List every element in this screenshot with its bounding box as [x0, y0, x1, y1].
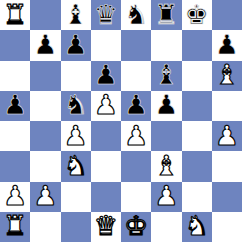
- square-b7[interactable]: ♟: [30, 30, 60, 60]
- white-queen[interactable]: ♛: [94, 212, 118, 239]
- white-pawn[interactable]: ♟: [64, 122, 88, 149]
- square-c8[interactable]: ♝: [61, 0, 91, 30]
- square-b5[interactable]: [30, 91, 60, 121]
- square-c4[interactable]: ♟: [61, 121, 91, 151]
- square-f5[interactable]: ♟: [151, 91, 181, 121]
- square-h2[interactable]: [212, 182, 242, 212]
- square-g3[interactable]: [182, 151, 212, 181]
- white-pawn[interactable]: ♟: [3, 182, 27, 209]
- square-a6[interactable]: [0, 61, 30, 91]
- square-h6[interactable]: ♝: [212, 61, 242, 91]
- white-pawn[interactable]: ♟: [94, 91, 118, 118]
- square-c6[interactable]: [61, 61, 91, 91]
- square-d1[interactable]: ♛: [91, 212, 121, 242]
- square-e4[interactable]: ♟: [121, 121, 151, 151]
- square-a7[interactable]: [0, 30, 30, 60]
- square-b4[interactable]: [30, 121, 60, 151]
- square-h7[interactable]: ♟: [212, 30, 242, 60]
- square-b6[interactable]: [30, 61, 60, 91]
- square-c2[interactable]: [61, 182, 91, 212]
- white-bishop[interactable]: ♝: [154, 152, 178, 179]
- square-a4[interactable]: [0, 121, 30, 151]
- black-pawn[interactable]: ♟: [64, 31, 88, 58]
- black-rook[interactable]: ♜: [154, 1, 178, 28]
- black-queen[interactable]: ♛: [94, 1, 118, 28]
- white-knight[interactable]: ♞: [64, 152, 88, 179]
- square-b8[interactable]: [30, 0, 60, 30]
- square-h3[interactable]: [212, 151, 242, 181]
- black-bishop[interactable]: ♝: [154, 61, 178, 88]
- square-a1[interactable]: ♜: [0, 212, 30, 242]
- white-knight[interactable]: ♞: [185, 212, 209, 239]
- white-pawn[interactable]: ♟: [154, 182, 178, 209]
- square-e8[interactable]: ♞: [121, 0, 151, 30]
- black-pawn[interactable]: ♟: [3, 91, 27, 118]
- square-g6[interactable]: [182, 61, 212, 91]
- square-e7[interactable]: [121, 30, 151, 60]
- square-e1[interactable]: ♚: [121, 212, 151, 242]
- square-f4[interactable]: [151, 121, 181, 151]
- square-d6[interactable]: ♟: [91, 61, 121, 91]
- square-a3[interactable]: [0, 151, 30, 181]
- black-pawn[interactable]: ♟: [215, 31, 239, 58]
- square-a2[interactable]: ♟: [0, 182, 30, 212]
- square-c3[interactable]: ♞: [61, 151, 91, 181]
- square-b2[interactable]: ♟: [30, 182, 60, 212]
- square-b3[interactable]: [30, 151, 60, 181]
- square-d2[interactable]: [91, 182, 121, 212]
- square-f3[interactable]: ♝: [151, 151, 181, 181]
- black-pawn[interactable]: ♟: [33, 31, 57, 58]
- square-g7[interactable]: [182, 30, 212, 60]
- square-d8[interactable]: ♛: [91, 0, 121, 30]
- white-pawn[interactable]: ♟: [215, 122, 239, 149]
- black-pawn[interactable]: ♟: [154, 91, 178, 118]
- square-g2[interactable]: [182, 182, 212, 212]
- square-e6[interactable]: [121, 61, 151, 91]
- square-f7[interactable]: [151, 30, 181, 60]
- square-g5[interactable]: [182, 91, 212, 121]
- white-pawn[interactable]: ♟: [33, 182, 57, 209]
- white-bishop[interactable]: ♝: [215, 61, 239, 88]
- square-f8[interactable]: ♜: [151, 0, 181, 30]
- square-d5[interactable]: ♟: [91, 91, 121, 121]
- square-h4[interactable]: ♟: [212, 121, 242, 151]
- square-a5[interactable]: ♟: [0, 91, 30, 121]
- square-f6[interactable]: ♝: [151, 61, 181, 91]
- square-b1[interactable]: [30, 212, 60, 242]
- square-c1[interactable]: [61, 212, 91, 242]
- square-e2[interactable]: [121, 182, 151, 212]
- square-f2[interactable]: ♟: [151, 182, 181, 212]
- square-c5[interactable]: ♞: [61, 91, 91, 121]
- black-pawn[interactable]: ♟: [94, 61, 118, 88]
- square-h8[interactable]: [212, 0, 242, 30]
- black-bishop[interactable]: ♝: [64, 1, 88, 28]
- square-c7[interactable]: ♟: [61, 30, 91, 60]
- black-knight[interactable]: ♞: [64, 91, 88, 118]
- white-rook[interactable]: ♜: [3, 1, 27, 28]
- square-h1[interactable]: [212, 212, 242, 242]
- square-e5[interactable]: ♟: [121, 91, 151, 121]
- square-d7[interactable]: [91, 30, 121, 60]
- black-knight[interactable]: ♞: [124, 1, 148, 28]
- square-a8[interactable]: ♜: [0, 0, 30, 30]
- black-pawn[interactable]: ♟: [124, 91, 148, 118]
- white-king[interactable]: ♚: [124, 212, 148, 239]
- square-g8[interactable]: ♚: [182, 0, 212, 30]
- square-g4[interactable]: [182, 121, 212, 151]
- square-g1[interactable]: ♞: [182, 212, 212, 242]
- square-h5[interactable]: [212, 91, 242, 121]
- square-d3[interactable]: [91, 151, 121, 181]
- square-e3[interactable]: [121, 151, 151, 181]
- white-pawn[interactable]: ♟: [124, 122, 148, 149]
- black-king[interactable]: ♚: [185, 1, 209, 28]
- square-f1[interactable]: [151, 212, 181, 242]
- chess-board: ♜♝♛♞♜♚♟♟♟♟♝♝♟♞♟♟♟♟♟♟♞♝♟♟♟♜♛♚♞: [0, 0, 242, 242]
- white-rook[interactable]: ♜: [3, 212, 27, 239]
- square-d4[interactable]: [91, 121, 121, 151]
